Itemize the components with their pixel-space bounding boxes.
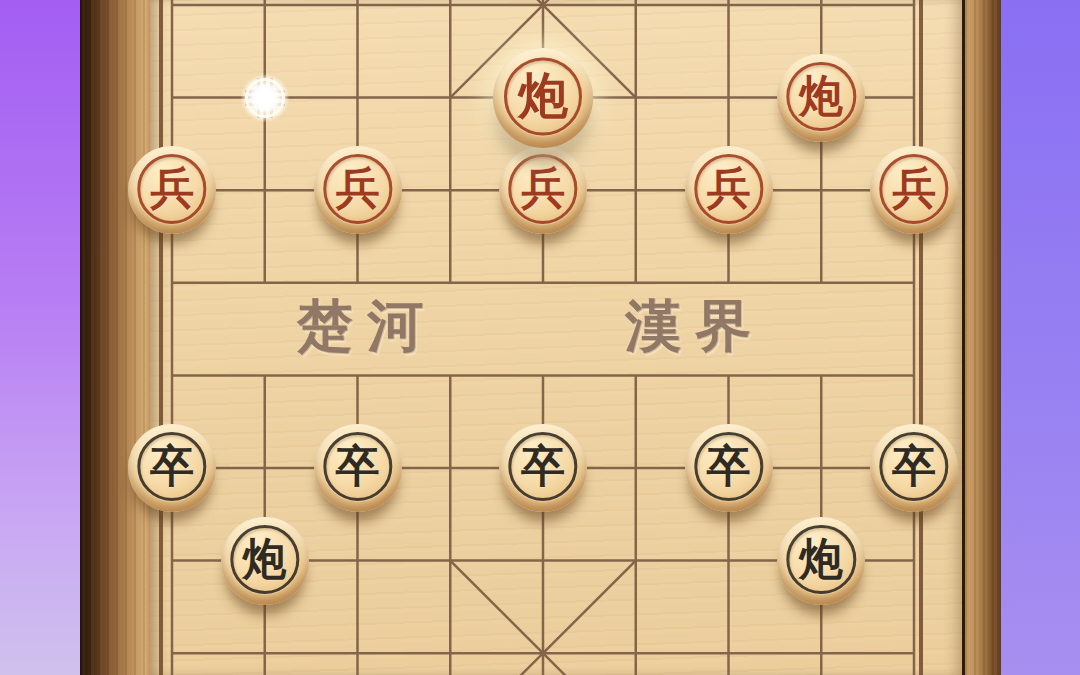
piece-red-cannon-f7r2[interactable]: 炮 bbox=[777, 54, 865, 142]
piece-black-cannon-f7r7[interactable]: 炮 bbox=[777, 517, 865, 605]
xiangqi-game-screen: 楚河 漢界 兵兵兵兵兵卒卒卒卒卒炮炮炮炮 bbox=[0, 0, 1080, 675]
river-label-chu-he: 楚河 bbox=[283, 289, 437, 365]
piece-glyph: 兵 bbox=[128, 166, 216, 210]
piece-glyph: 卒 bbox=[128, 444, 216, 488]
piece-red-cannon-f4r2[interactable]: 炮 bbox=[493, 48, 593, 148]
piece-glyph: 卒 bbox=[870, 444, 958, 488]
piece-red-soldier-f6r3[interactable]: 兵 bbox=[685, 146, 773, 234]
piece-glyph: 卒 bbox=[685, 444, 773, 488]
piece-glyph: 炮 bbox=[777, 537, 865, 581]
piece-glyph: 兵 bbox=[685, 166, 773, 210]
piece-black-soldier-f2r6[interactable]: 卒 bbox=[314, 424, 402, 512]
piece-glyph: 卒 bbox=[499, 444, 587, 488]
river-label-han-jie: 漢界 bbox=[611, 289, 765, 365]
piece-glyph: 炮 bbox=[493, 71, 593, 121]
piece-black-soldier-f0r6[interactable]: 卒 bbox=[128, 424, 216, 512]
piece-glyph: 炮 bbox=[777, 74, 865, 118]
piece-glyph: 卒 bbox=[314, 444, 402, 488]
piece-red-soldier-f0r3[interactable]: 兵 bbox=[128, 146, 216, 234]
piece-black-soldier-f4r6[interactable]: 卒 bbox=[499, 424, 587, 512]
piece-black-soldier-f8r6[interactable]: 卒 bbox=[870, 424, 958, 512]
piece-glyph: 兵 bbox=[870, 166, 958, 210]
piece-red-soldier-f2r3[interactable]: 兵 bbox=[314, 146, 402, 234]
piece-black-cannon-f1r7[interactable]: 炮 bbox=[221, 517, 309, 605]
piece-glyph: 炮 bbox=[221, 537, 309, 581]
piece-red-soldier-f4r3[interactable]: 兵 bbox=[499, 146, 587, 234]
piece-glyph: 兵 bbox=[499, 166, 587, 210]
piece-glyph: 兵 bbox=[314, 166, 402, 210]
piece-red-soldier-f8r3[interactable]: 兵 bbox=[870, 146, 958, 234]
piece-black-soldier-f6r6[interactable]: 卒 bbox=[685, 424, 773, 512]
